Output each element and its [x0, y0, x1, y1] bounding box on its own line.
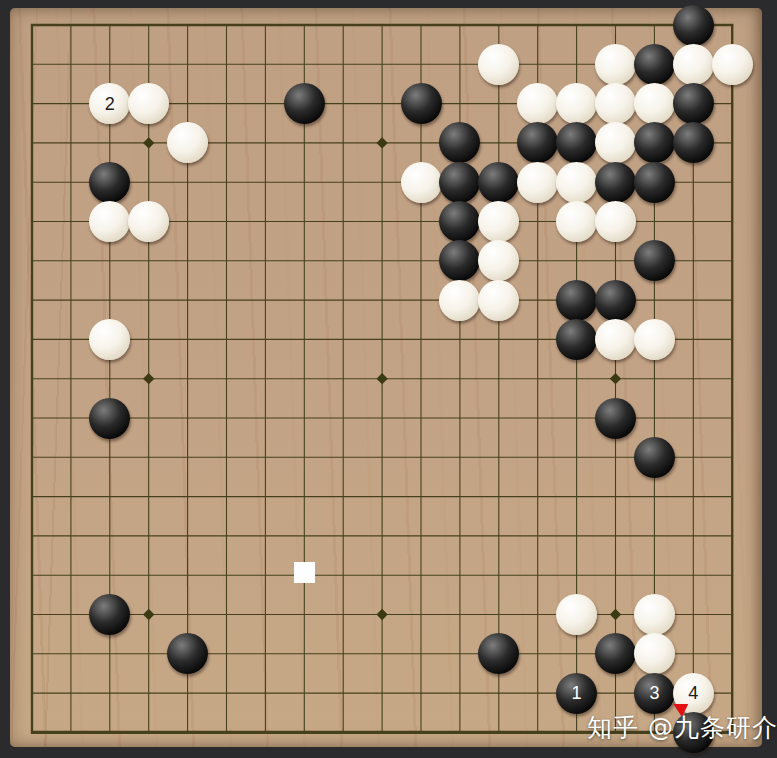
star-point: [376, 373, 387, 384]
white-square-marker: [294, 562, 315, 583]
white-stone: [401, 162, 442, 203]
black-stone: [89, 398, 130, 439]
white-stone: [478, 280, 519, 321]
black-stone: 3: [634, 673, 675, 714]
black-stone: [595, 398, 636, 439]
move-number: 3: [649, 684, 659, 702]
black-stone: [634, 44, 675, 85]
white-stone: [595, 201, 636, 242]
star-point: [376, 609, 387, 620]
black-stone: [634, 437, 675, 478]
star-point: [143, 373, 154, 384]
black-stone: 1: [556, 673, 597, 714]
black-stone: [595, 280, 636, 321]
white-stone: [556, 83, 597, 124]
watermark-text: 知乎 @九条研介: [587, 711, 767, 744]
white-stone: [517, 83, 558, 124]
black-stone: [439, 162, 480, 203]
star-point: [610, 373, 621, 384]
white-stone: [128, 83, 169, 124]
go-board[interactable]: 2134: [10, 8, 762, 747]
black-stone: [673, 5, 714, 46]
black-stone: [673, 122, 714, 163]
white-stone: [634, 319, 675, 360]
white-stone: [517, 162, 558, 203]
black-stone: [634, 162, 675, 203]
white-stone: [556, 201, 597, 242]
go-app-screenshot: 2134 知乎 @九条研介: [0, 0, 777, 758]
black-stone: [673, 83, 714, 124]
black-stone: [478, 162, 519, 203]
white-stone: [89, 319, 130, 360]
black-stone: [89, 162, 130, 203]
white-stone: [128, 201, 169, 242]
white-stone: [478, 201, 519, 242]
black-stone: [556, 319, 597, 360]
white-stone: [439, 280, 480, 321]
white-stone: [89, 201, 130, 242]
white-stone: [556, 594, 597, 635]
black-stone: [401, 83, 442, 124]
move-number: 2: [105, 95, 115, 113]
move-number: 4: [688, 684, 698, 702]
white-stone: [595, 319, 636, 360]
white-stone: [595, 44, 636, 85]
white-stone: [634, 594, 675, 635]
white-stone: [712, 44, 753, 85]
white-stone: [595, 83, 636, 124]
black-stone: [595, 633, 636, 674]
star-point: [143, 609, 154, 620]
black-stone: [89, 594, 130, 635]
move-number: 1: [572, 684, 582, 702]
white-stone: [634, 83, 675, 124]
black-stone: [634, 122, 675, 163]
white-stone: [634, 633, 675, 674]
black-stone: [634, 240, 675, 281]
star-point: [143, 137, 154, 148]
star-point: [376, 137, 387, 148]
star-point: [610, 609, 621, 620]
black-stone: [556, 280, 597, 321]
white-stone: [556, 162, 597, 203]
white-stone: [478, 44, 519, 85]
black-stone: [284, 83, 325, 124]
black-stone: [595, 162, 636, 203]
white-stone: [673, 44, 714, 85]
